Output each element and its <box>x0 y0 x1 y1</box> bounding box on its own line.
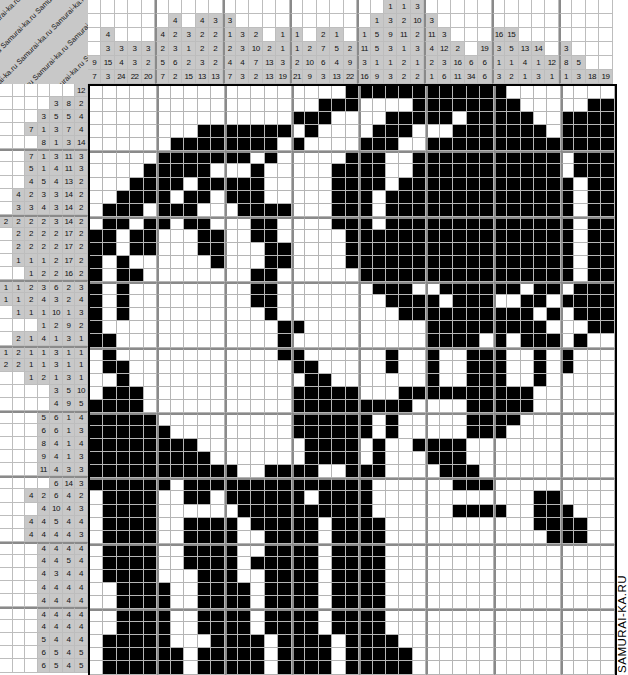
empty-cell[interactable] <box>265 361 278 374</box>
empty-cell[interactable] <box>238 86 251 99</box>
empty-cell[interactable] <box>265 86 278 99</box>
filled-cell[interactable] <box>292 635 305 648</box>
filled-cell[interactable] <box>480 413 493 426</box>
empty-cell[interactable] <box>103 308 116 321</box>
filled-cell[interactable] <box>198 164 211 177</box>
filled-cell[interactable] <box>211 256 224 269</box>
filled-cell[interactable] <box>332 426 345 439</box>
empty-cell[interactable] <box>494 648 507 661</box>
empty-cell[interactable] <box>278 413 291 426</box>
filled-cell[interactable] <box>305 544 318 557</box>
empty-cell[interactable] <box>440 661 453 674</box>
filled-cell[interactable] <box>278 635 291 648</box>
empty-cell[interactable] <box>157 256 170 269</box>
empty-cell[interactable] <box>346 308 359 321</box>
empty-cell[interactable] <box>238 308 251 321</box>
empty-cell[interactable] <box>171 426 184 439</box>
empty-cell[interactable] <box>278 282 291 295</box>
filled-cell[interactable] <box>521 295 534 308</box>
filled-cell[interactable] <box>373 439 386 452</box>
empty-cell[interactable] <box>265 178 278 191</box>
empty-cell[interactable] <box>238 217 251 230</box>
filled-cell[interactable] <box>278 348 291 361</box>
filled-cell[interactable] <box>211 622 224 635</box>
empty-cell[interactable] <box>117 112 130 125</box>
filled-cell[interactable] <box>561 361 574 374</box>
filled-cell[interactable] <box>157 635 170 648</box>
filled-cell[interactable] <box>346 164 359 177</box>
filled-cell[interactable] <box>413 191 426 204</box>
empty-cell[interactable] <box>601 413 614 426</box>
filled-cell[interactable] <box>103 400 116 413</box>
empty-cell[interactable] <box>305 282 318 295</box>
empty-cell[interactable] <box>225 505 238 518</box>
empty-cell[interactable] <box>251 413 264 426</box>
empty-cell[interactable] <box>588 544 601 557</box>
empty-cell[interactable] <box>184 99 197 112</box>
filled-cell[interactable] <box>292 387 305 400</box>
filled-cell[interactable] <box>426 439 439 452</box>
empty-cell[interactable] <box>399 583 412 596</box>
empty-cell[interactable] <box>198 387 211 400</box>
filled-cell[interactable] <box>305 596 318 609</box>
empty-cell[interactable] <box>386 439 399 452</box>
empty-cell[interactable] <box>574 321 587 334</box>
empty-cell[interactable] <box>238 557 251 570</box>
filled-cell[interactable] <box>265 125 278 138</box>
filled-cell[interactable] <box>265 557 278 570</box>
empty-cell[interactable] <box>90 648 103 661</box>
empty-cell[interactable] <box>601 661 614 674</box>
empty-cell[interactable] <box>265 439 278 452</box>
empty-cell[interactable] <box>574 204 587 217</box>
empty-cell[interactable] <box>413 334 426 347</box>
empty-cell[interactable] <box>413 478 426 491</box>
filled-cell[interactable] <box>399 86 412 99</box>
filled-cell[interactable] <box>211 635 224 648</box>
empty-cell[interactable] <box>238 269 251 282</box>
empty-cell[interactable] <box>534 635 547 648</box>
empty-cell[interactable] <box>238 570 251 583</box>
filled-cell[interactable] <box>399 648 412 661</box>
filled-cell[interactable] <box>198 452 211 465</box>
filled-cell[interactable] <box>359 583 372 596</box>
empty-cell[interactable] <box>494 491 507 504</box>
empty-cell[interactable] <box>184 282 197 295</box>
filled-cell[interactable] <box>413 151 426 164</box>
filled-cell[interactable] <box>90 439 103 452</box>
filled-cell[interactable] <box>305 635 318 648</box>
empty-cell[interactable] <box>319 321 332 334</box>
filled-cell[interactable] <box>332 191 345 204</box>
filled-cell[interactable] <box>346 230 359 243</box>
empty-cell[interactable] <box>426 635 439 648</box>
filled-cell[interactable] <box>561 125 574 138</box>
filled-cell[interactable] <box>211 478 224 491</box>
filled-cell[interactable] <box>373 400 386 413</box>
empty-cell[interactable] <box>547 544 560 557</box>
empty-cell[interactable] <box>251 99 264 112</box>
filled-cell[interactable] <box>211 557 224 570</box>
empty-cell[interactable] <box>332 125 345 138</box>
empty-cell[interactable] <box>90 518 103 531</box>
empty-cell[interactable] <box>494 295 507 308</box>
filled-cell[interactable] <box>588 164 601 177</box>
empty-cell[interactable] <box>574 400 587 413</box>
empty-cell[interactable] <box>534 609 547 622</box>
empty-cell[interactable] <box>211 452 224 465</box>
empty-cell[interactable] <box>588 348 601 361</box>
empty-cell[interactable] <box>144 86 157 99</box>
filled-cell[interactable] <box>547 191 560 204</box>
empty-cell[interactable] <box>494 465 507 478</box>
empty-cell[interactable] <box>413 465 426 478</box>
empty-cell[interactable] <box>346 138 359 151</box>
empty-cell[interactable] <box>184 635 197 648</box>
filled-cell[interactable] <box>534 269 547 282</box>
filled-cell[interactable] <box>130 544 143 557</box>
empty-cell[interactable] <box>453 596 466 609</box>
filled-cell[interactable] <box>561 518 574 531</box>
filled-cell[interactable] <box>574 125 587 138</box>
empty-cell[interactable] <box>588 478 601 491</box>
empty-cell[interactable] <box>144 204 157 217</box>
empty-cell[interactable] <box>534 400 547 413</box>
filled-cell[interactable] <box>601 164 614 177</box>
empty-cell[interactable] <box>184 295 197 308</box>
filled-cell[interactable] <box>103 505 116 518</box>
empty-cell[interactable] <box>319 609 332 622</box>
filled-cell[interactable] <box>346 648 359 661</box>
empty-cell[interactable] <box>251 583 264 596</box>
empty-cell[interactable] <box>157 544 170 557</box>
empty-cell[interactable] <box>251 531 264 544</box>
empty-cell[interactable] <box>574 452 587 465</box>
empty-cell[interactable] <box>292 99 305 112</box>
empty-cell[interactable] <box>319 204 332 217</box>
empty-cell[interactable] <box>130 151 143 164</box>
filled-cell[interactable] <box>305 465 318 478</box>
filled-cell[interactable] <box>507 138 520 151</box>
filled-cell[interactable] <box>346 465 359 478</box>
empty-cell[interactable] <box>574 648 587 661</box>
empty-cell[interactable] <box>561 583 574 596</box>
empty-cell[interactable] <box>319 230 332 243</box>
filled-cell[interactable] <box>426 452 439 465</box>
empty-cell[interactable] <box>319 570 332 583</box>
filled-cell[interactable] <box>292 400 305 413</box>
filled-cell[interactable] <box>292 648 305 661</box>
filled-cell[interactable] <box>413 439 426 452</box>
empty-cell[interactable] <box>103 269 116 282</box>
empty-cell[interactable] <box>198 321 211 334</box>
empty-cell[interactable] <box>494 661 507 674</box>
empty-cell[interactable] <box>561 439 574 452</box>
empty-cell[interactable] <box>332 321 345 334</box>
empty-cell[interactable] <box>130 256 143 269</box>
filled-cell[interactable] <box>399 243 412 256</box>
filled-cell[interactable] <box>507 164 520 177</box>
empty-cell[interactable] <box>171 295 184 308</box>
empty-cell[interactable] <box>426 465 439 478</box>
filled-cell[interactable] <box>373 164 386 177</box>
empty-cell[interactable] <box>547 570 560 583</box>
filled-cell[interactable] <box>292 348 305 361</box>
empty-cell[interactable] <box>399 361 412 374</box>
empty-cell[interactable] <box>157 99 170 112</box>
filled-cell[interactable] <box>373 596 386 609</box>
empty-cell[interactable] <box>588 531 601 544</box>
filled-cell[interactable] <box>480 269 493 282</box>
filled-cell[interactable] <box>521 112 534 125</box>
empty-cell[interactable] <box>251 243 264 256</box>
filled-cell[interactable] <box>440 452 453 465</box>
empty-cell[interactable] <box>332 112 345 125</box>
filled-cell[interactable] <box>305 374 318 387</box>
filled-cell[interactable] <box>346 609 359 622</box>
filled-cell[interactable] <box>251 648 264 661</box>
empty-cell[interactable] <box>547 348 560 361</box>
filled-cell[interactable] <box>225 125 238 138</box>
filled-cell[interactable] <box>467 112 480 125</box>
empty-cell[interactable] <box>399 596 412 609</box>
filled-cell[interactable] <box>265 544 278 557</box>
filled-cell[interactable] <box>198 491 211 504</box>
empty-cell[interactable] <box>211 282 224 295</box>
empty-cell[interactable] <box>90 86 103 99</box>
empty-cell[interactable] <box>90 164 103 177</box>
filled-cell[interactable] <box>103 478 116 491</box>
empty-cell[interactable] <box>117 230 130 243</box>
empty-cell[interactable] <box>171 491 184 504</box>
filled-cell[interactable] <box>319 452 332 465</box>
empty-cell[interactable] <box>440 400 453 413</box>
filled-cell[interactable] <box>494 99 507 112</box>
filled-cell[interactable] <box>373 452 386 465</box>
empty-cell[interactable] <box>251 112 264 125</box>
empty-cell[interactable] <box>561 557 574 570</box>
empty-cell[interactable] <box>507 596 520 609</box>
empty-cell[interactable] <box>184 308 197 321</box>
empty-cell[interactable] <box>211 191 224 204</box>
filled-cell[interactable] <box>453 138 466 151</box>
empty-cell[interactable] <box>211 308 224 321</box>
empty-cell[interactable] <box>103 112 116 125</box>
filled-cell[interactable] <box>184 544 197 557</box>
empty-cell[interactable] <box>144 112 157 125</box>
filled-cell[interactable] <box>90 478 103 491</box>
empty-cell[interactable] <box>399 531 412 544</box>
empty-cell[interactable] <box>130 374 143 387</box>
empty-cell[interactable] <box>426 583 439 596</box>
filled-cell[interactable] <box>332 622 345 635</box>
filled-cell[interactable] <box>332 557 345 570</box>
filled-cell[interactable] <box>130 269 143 282</box>
filled-cell[interactable] <box>332 596 345 609</box>
filled-cell[interactable] <box>157 609 170 622</box>
filled-cell[interactable] <box>507 151 520 164</box>
filled-cell[interactable] <box>467 191 480 204</box>
filled-cell[interactable] <box>413 86 426 99</box>
filled-cell[interactable] <box>547 178 560 191</box>
empty-cell[interactable] <box>547 557 560 570</box>
empty-cell[interactable] <box>130 334 143 347</box>
filled-cell[interactable] <box>332 518 345 531</box>
empty-cell[interactable] <box>561 164 574 177</box>
empty-cell[interactable] <box>265 348 278 361</box>
filled-cell[interactable] <box>198 465 211 478</box>
filled-cell[interactable] <box>373 138 386 151</box>
filled-cell[interactable] <box>117 400 130 413</box>
filled-cell[interactable] <box>426 99 439 112</box>
empty-cell[interactable] <box>507 452 520 465</box>
empty-cell[interactable] <box>332 648 345 661</box>
empty-cell[interactable] <box>305 321 318 334</box>
filled-cell[interactable] <box>238 151 251 164</box>
empty-cell[interactable] <box>494 570 507 583</box>
empty-cell[interactable] <box>601 400 614 413</box>
filled-cell[interactable] <box>225 478 238 491</box>
empty-cell[interactable] <box>561 570 574 583</box>
filled-cell[interactable] <box>225 465 238 478</box>
filled-cell[interactable] <box>467 426 480 439</box>
empty-cell[interactable] <box>184 125 197 138</box>
empty-cell[interactable] <box>171 505 184 518</box>
filled-cell[interactable] <box>251 178 264 191</box>
filled-cell[interactable] <box>211 661 224 674</box>
filled-cell[interactable] <box>305 583 318 596</box>
empty-cell[interactable] <box>507 426 520 439</box>
filled-cell[interactable] <box>292 544 305 557</box>
empty-cell[interactable] <box>171 413 184 426</box>
filled-cell[interactable] <box>157 622 170 635</box>
empty-cell[interactable] <box>346 361 359 374</box>
empty-cell[interactable] <box>346 269 359 282</box>
filled-cell[interactable] <box>278 544 291 557</box>
empty-cell[interactable] <box>494 622 507 635</box>
filled-cell[interactable] <box>103 426 116 439</box>
empty-cell[interactable] <box>521 557 534 570</box>
filled-cell[interactable] <box>561 531 574 544</box>
empty-cell[interactable] <box>547 295 560 308</box>
filled-cell[interactable] <box>467 125 480 138</box>
filled-cell[interactable] <box>386 661 399 674</box>
empty-cell[interactable] <box>574 86 587 99</box>
filled-cell[interactable] <box>521 138 534 151</box>
filled-cell[interactable] <box>440 243 453 256</box>
empty-cell[interactable] <box>171 112 184 125</box>
filled-cell[interactable] <box>413 243 426 256</box>
empty-cell[interactable] <box>601 557 614 570</box>
filled-cell[interactable] <box>90 243 103 256</box>
filled-cell[interactable] <box>521 243 534 256</box>
filled-cell[interactable] <box>453 230 466 243</box>
filled-cell[interactable] <box>480 387 493 400</box>
empty-cell[interactable] <box>292 334 305 347</box>
empty-cell[interactable] <box>601 334 614 347</box>
empty-cell[interactable] <box>426 648 439 661</box>
filled-cell[interactable] <box>359 178 372 191</box>
filled-cell[interactable] <box>601 138 614 151</box>
filled-cell[interactable] <box>346 387 359 400</box>
empty-cell[interactable] <box>225 217 238 230</box>
empty-cell[interactable] <box>521 348 534 361</box>
empty-cell[interactable] <box>278 99 291 112</box>
filled-cell[interactable] <box>103 243 116 256</box>
filled-cell[interactable] <box>144 465 157 478</box>
empty-cell[interactable] <box>211 361 224 374</box>
filled-cell[interactable] <box>561 269 574 282</box>
empty-cell[interactable] <box>332 465 345 478</box>
empty-cell[interactable] <box>601 583 614 596</box>
filled-cell[interactable] <box>184 531 197 544</box>
filled-cell[interactable] <box>453 321 466 334</box>
filled-cell[interactable] <box>346 661 359 674</box>
filled-cell[interactable] <box>494 164 507 177</box>
empty-cell[interactable] <box>386 465 399 478</box>
empty-cell[interactable] <box>440 478 453 491</box>
filled-cell[interactable] <box>574 164 587 177</box>
empty-cell[interactable] <box>507 348 520 361</box>
filled-cell[interactable] <box>386 191 399 204</box>
empty-cell[interactable] <box>103 622 116 635</box>
empty-cell[interactable] <box>561 622 574 635</box>
filled-cell[interactable] <box>292 478 305 491</box>
empty-cell[interactable] <box>399 478 412 491</box>
filled-cell[interactable] <box>561 204 574 217</box>
filled-cell[interactable] <box>265 282 278 295</box>
empty-cell[interactable] <box>332 256 345 269</box>
filled-cell[interactable] <box>117 269 130 282</box>
filled-cell[interactable] <box>453 465 466 478</box>
empty-cell[interactable] <box>238 400 251 413</box>
filled-cell[interactable] <box>130 465 143 478</box>
empty-cell[interactable] <box>426 544 439 557</box>
empty-cell[interactable] <box>198 439 211 452</box>
empty-cell[interactable] <box>238 387 251 400</box>
empty-cell[interactable] <box>507 439 520 452</box>
empty-cell[interactable] <box>453 400 466 413</box>
filled-cell[interactable] <box>130 452 143 465</box>
empty-cell[interactable] <box>413 452 426 465</box>
filled-cell[interactable] <box>346 191 359 204</box>
filled-cell[interactable] <box>144 452 157 465</box>
empty-cell[interactable] <box>574 178 587 191</box>
filled-cell[interactable] <box>117 622 130 635</box>
filled-cell[interactable] <box>386 86 399 99</box>
filled-cell[interactable] <box>453 282 466 295</box>
empty-cell[interactable] <box>157 557 170 570</box>
filled-cell[interactable] <box>130 230 143 243</box>
empty-cell[interactable] <box>588 648 601 661</box>
filled-cell[interactable] <box>103 452 116 465</box>
empty-cell[interactable] <box>225 308 238 321</box>
empty-cell[interactable] <box>561 491 574 504</box>
empty-cell[interactable] <box>601 505 614 518</box>
empty-cell[interactable] <box>574 557 587 570</box>
filled-cell[interactable] <box>332 583 345 596</box>
filled-cell[interactable] <box>265 622 278 635</box>
filled-cell[interactable] <box>251 491 264 504</box>
empty-cell[interactable] <box>413 321 426 334</box>
empty-cell[interactable] <box>373 321 386 334</box>
filled-cell[interactable] <box>440 334 453 347</box>
filled-cell[interactable] <box>198 622 211 635</box>
empty-cell[interactable] <box>521 439 534 452</box>
filled-cell[interactable] <box>507 256 520 269</box>
empty-cell[interactable] <box>292 151 305 164</box>
empty-cell[interactable] <box>574 583 587 596</box>
